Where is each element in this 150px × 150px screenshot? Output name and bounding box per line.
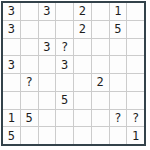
cell-r5c4[interactable] (56, 74, 73, 91)
cell-r4c1[interactable]: 3 (3, 56, 20, 73)
cell-r7c8[interactable]: ? (127, 110, 144, 127)
cell-r4c2[interactable] (21, 56, 38, 73)
cell-r4c7[interactable] (110, 56, 127, 73)
cell-r5c1[interactable] (3, 74, 20, 91)
cell-r7c2[interactable]: 5 (21, 110, 38, 127)
cell-r7c6[interactable] (92, 110, 109, 127)
cell-r3c5[interactable] (74, 39, 91, 56)
cell-r4c5[interactable] (74, 56, 91, 73)
cell-r3c7[interactable] (110, 39, 127, 56)
cell-r5c8[interactable] (127, 74, 144, 91)
cell-r8c2[interactable] (21, 127, 38, 144)
cell-r1c5[interactable]: 2 (74, 3, 91, 20)
cell-r2c8[interactable] (127, 21, 144, 38)
cell-r4c8[interactable] (127, 56, 144, 73)
cell-r3c1[interactable] (3, 39, 20, 56)
cell-r1c1[interactable]: 3 (3, 3, 20, 20)
cell-r7c7[interactable]: ? (110, 110, 127, 127)
cell-r2c6[interactable] (92, 21, 109, 38)
cell-r2c7[interactable]: 5 (110, 21, 127, 38)
cell-r5c3[interactable] (39, 74, 56, 91)
cell-r6c5[interactable] (74, 92, 91, 109)
cell-r5c7[interactable] (110, 74, 127, 91)
cell-r2c5[interactable]: 2 (74, 21, 91, 38)
cell-r1c2[interactable] (21, 3, 38, 20)
cell-r6c3[interactable] (39, 92, 56, 109)
cell-r8c4[interactable] (56, 127, 73, 144)
cell-r3c4[interactable]: ? (56, 39, 73, 56)
cell-r4c4[interactable]: 3 (56, 56, 73, 73)
cell-r2c2[interactable] (21, 21, 38, 38)
cell-r4c3[interactable] (39, 56, 56, 73)
cell-r6c7[interactable] (110, 92, 127, 109)
cell-r8c1[interactable]: 5 (3, 127, 20, 144)
cell-r2c4[interactable] (56, 21, 73, 38)
cell-r1c6[interactable] (92, 3, 109, 20)
cell-r3c2[interactable] (21, 39, 38, 56)
cell-r6c2[interactable] (21, 92, 38, 109)
cell-r1c3[interactable]: 3 (39, 3, 56, 20)
cell-r5c5[interactable] (74, 74, 91, 91)
cell-r8c8[interactable]: 1 (127, 127, 144, 144)
cell-r1c4[interactable] (56, 3, 73, 20)
cell-r6c1[interactable] (3, 92, 20, 109)
cell-r6c4[interactable]: 5 (56, 92, 73, 109)
cell-r5c2[interactable]: ? (21, 74, 38, 91)
cell-r8c5[interactable] (74, 127, 91, 144)
cell-r6c6[interactable] (92, 92, 109, 109)
cell-r1c8[interactable] (127, 3, 144, 20)
puzzle-board: 33213253?33?2515??51 (1, 1, 146, 146)
cell-r4c6[interactable] (92, 56, 109, 73)
cell-r3c3[interactable]: 3 (39, 39, 56, 56)
cell-r7c5[interactable] (74, 110, 91, 127)
cell-r7c3[interactable] (39, 110, 56, 127)
cell-r3c6[interactable] (92, 39, 109, 56)
cell-r7c4[interactable] (56, 110, 73, 127)
cell-r5c6[interactable]: 2 (92, 74, 109, 91)
cell-r8c7[interactable] (110, 127, 127, 144)
cell-r6c8[interactable] (127, 92, 144, 109)
cell-r8c6[interactable] (92, 127, 109, 144)
cell-r1c7[interactable]: 1 (110, 3, 127, 20)
cell-r2c1[interactable]: 3 (3, 21, 20, 38)
cell-r3c8[interactable] (127, 39, 144, 56)
cell-r8c3[interactable] (39, 127, 56, 144)
cell-r2c3[interactable] (39, 21, 56, 38)
cell-r7c1[interactable]: 1 (3, 110, 20, 127)
